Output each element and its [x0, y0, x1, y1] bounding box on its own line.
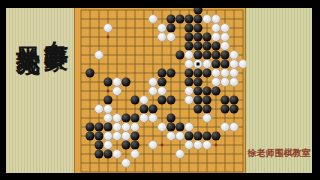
stone-black	[185, 33, 194, 42]
stone-white	[212, 15, 221, 24]
stone-black	[158, 78, 167, 87]
stone-white	[203, 114, 212, 123]
stone-black	[203, 96, 212, 105]
stone-white	[167, 33, 176, 42]
stone-white	[230, 123, 239, 132]
stone-white	[185, 60, 194, 69]
stone-white	[95, 51, 104, 60]
video-frame: 黑党毅飞 白李轩豪 徐老师围棋教室	[0, 0, 320, 180]
channel-caption: 徐老师围棋教室	[247, 147, 311, 160]
stone-white	[158, 87, 167, 96]
last-move-marker	[197, 63, 200, 66]
stone-black	[221, 96, 230, 105]
stone-black	[194, 24, 203, 33]
stone-black	[176, 51, 185, 60]
stone-white	[203, 15, 212, 24]
stone-black	[212, 60, 221, 69]
stone-white	[203, 141, 212, 150]
stone-black	[194, 96, 203, 105]
stone-white	[131, 123, 140, 132]
stone-black	[86, 132, 95, 141]
stone-white	[212, 78, 221, 87]
stone-black	[221, 105, 230, 114]
stone-white	[149, 78, 158, 87]
stone-black	[203, 105, 212, 114]
stone-black	[212, 132, 221, 141]
stone-black	[203, 132, 212, 141]
stone-black	[185, 24, 194, 33]
stone-black	[203, 42, 212, 51]
stone-white	[158, 33, 167, 42]
stone-black	[167, 114, 176, 123]
stone-black	[185, 15, 194, 24]
stone-black	[104, 150, 113, 159]
stone-black	[95, 123, 104, 132]
stone-white	[140, 96, 149, 105]
stone-white	[230, 69, 239, 78]
stone-black	[212, 42, 221, 51]
stone-black	[122, 141, 131, 150]
stone-white	[221, 69, 230, 78]
stone-white	[185, 87, 194, 96]
stone-black	[86, 123, 95, 132]
stone-black	[122, 114, 131, 123]
stone-black	[158, 96, 167, 105]
stone-black	[95, 150, 104, 159]
stone-black	[194, 51, 203, 60]
stone-white	[185, 51, 194, 60]
stone-black	[176, 15, 185, 24]
stone-white	[113, 87, 122, 96]
black-player-label: 黑党毅飞	[14, 27, 42, 35]
stone-white	[122, 132, 131, 141]
stone-black	[194, 15, 203, 24]
stone-white	[212, 69, 221, 78]
stone-white	[212, 24, 221, 33]
stone-white	[104, 24, 113, 33]
stone-black	[221, 51, 230, 60]
stone-black	[131, 132, 140, 141]
go-board[interactable]	[74, 8, 246, 173]
stone-black	[158, 69, 167, 78]
stone-black	[221, 60, 230, 69]
stone-white	[194, 141, 203, 150]
stone-white	[113, 132, 122, 141]
stone-white	[104, 114, 113, 123]
stone-white	[230, 51, 239, 60]
stone-white	[95, 105, 104, 114]
stone-black	[122, 78, 131, 87]
stone-white	[221, 42, 230, 51]
stone-black	[194, 132, 203, 141]
stone-white	[122, 159, 131, 168]
stone-black	[104, 78, 113, 87]
stone-white	[203, 60, 212, 69]
stone-white	[113, 150, 122, 159]
stone-white	[122, 123, 131, 132]
stone-black	[185, 78, 194, 87]
stone-black	[131, 114, 140, 123]
stone-white	[185, 141, 194, 150]
stone-black	[149, 105, 158, 114]
stone-black	[104, 123, 113, 132]
stone-black	[131, 96, 140, 105]
content-area: 黑党毅飞 白李轩豪 徐老师围棋教室	[6, 8, 312, 173]
stone-white	[149, 87, 158, 96]
stone-black	[167, 123, 176, 132]
stone-white	[113, 78, 122, 87]
stone-white	[158, 24, 167, 33]
stone-black	[203, 51, 212, 60]
stone-black	[104, 96, 113, 105]
stone-white	[131, 150, 140, 159]
stone-white	[104, 141, 113, 150]
stone-white	[104, 105, 113, 114]
stone-black	[86, 69, 95, 78]
stone-black	[194, 42, 203, 51]
stone-black	[230, 105, 239, 114]
stone-black	[194, 69, 203, 78]
stone-white	[149, 15, 158, 24]
stone-white	[185, 123, 194, 132]
stone-black	[203, 33, 212, 42]
stone-black	[140, 105, 149, 114]
stone-white	[176, 132, 185, 141]
stone-black	[167, 96, 176, 105]
stone-black	[194, 78, 203, 87]
stone-black	[194, 105, 203, 114]
stone-white	[221, 24, 230, 33]
stone-black	[176, 123, 185, 132]
stone-black	[212, 51, 221, 60]
stone-black	[230, 96, 239, 105]
stone-white	[113, 123, 122, 132]
stone-white	[221, 33, 230, 42]
stone-black	[194, 33, 203, 42]
stone-white	[149, 141, 158, 150]
stone-black	[212, 87, 221, 96]
stone-black	[185, 69, 194, 78]
stone-white	[158, 123, 167, 132]
stone-white	[212, 33, 221, 42]
side-panel: 徐老师围棋教室	[246, 8, 312, 173]
stone-white	[149, 114, 158, 123]
stone-black	[131, 141, 140, 150]
stone-black	[95, 141, 104, 150]
white-player-label: 白李轩豪	[42, 22, 70, 30]
stone-white	[140, 114, 149, 123]
stone-white	[104, 132, 113, 141]
stone-black	[203, 87, 212, 96]
stone-white	[113, 114, 122, 123]
stone-black	[185, 42, 194, 51]
stone-white	[221, 123, 230, 132]
stone-black	[95, 132, 104, 141]
stone-black	[185, 132, 194, 141]
stone-white	[221, 78, 230, 87]
stone-black	[194, 87, 203, 96]
stone-black	[167, 24, 176, 33]
stone-white	[185, 96, 194, 105]
stone-black	[203, 69, 212, 78]
stone-white	[176, 150, 185, 159]
stone-white	[167, 132, 176, 141]
stone-black	[167, 15, 176, 24]
stone-white	[230, 60, 239, 69]
stone-black	[167, 69, 176, 78]
stone-white	[230, 78, 239, 87]
player-panel: 黑党毅飞 白李轩豪	[6, 8, 74, 173]
